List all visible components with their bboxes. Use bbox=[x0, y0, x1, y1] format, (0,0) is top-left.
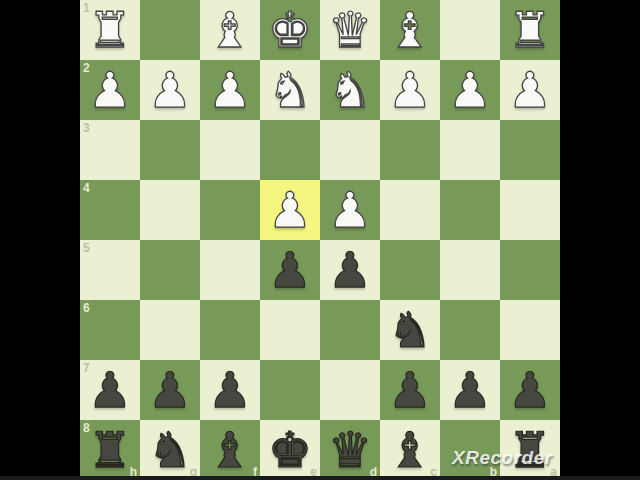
square-e5[interactable]: ♟ bbox=[260, 240, 320, 300]
square-d4[interactable]: ♟ bbox=[320, 180, 380, 240]
square-d2[interactable]: ♞ bbox=[320, 60, 380, 120]
square-h4[interactable]: 4 bbox=[80, 180, 140, 240]
piece-white-pawn-g2[interactable]: ♟ bbox=[140, 60, 200, 120]
square-c5[interactable] bbox=[380, 240, 440, 300]
square-c6[interactable]: ♞ bbox=[380, 300, 440, 360]
chess-board[interactable]: 1♜♝♚♛♝♜2♟♟♟♞♞♟♟♟34♟♟5♟♟6♞7♟♟♟♟♟♟8h♜g♞f♝e… bbox=[80, 0, 560, 480]
square-f5[interactable] bbox=[200, 240, 260, 300]
piece-white-bishop-f1[interactable]: ♝ bbox=[200, 0, 260, 60]
square-b2[interactable]: ♟ bbox=[440, 60, 500, 120]
piece-black-rook-h8[interactable]: ♜ bbox=[80, 420, 140, 480]
square-d5[interactable]: ♟ bbox=[320, 240, 380, 300]
piece-black-queen-d8[interactable]: ♛ bbox=[320, 420, 380, 480]
piece-white-pawn-c2[interactable]: ♟ bbox=[380, 60, 440, 120]
piece-black-pawn-e5[interactable]: ♟ bbox=[260, 240, 320, 300]
square-h2[interactable]: 2♟ bbox=[80, 60, 140, 120]
square-g3[interactable] bbox=[140, 120, 200, 180]
square-h8[interactable]: 8h♜ bbox=[80, 420, 140, 480]
square-c8[interactable]: c♝ bbox=[380, 420, 440, 480]
square-a7[interactable]: ♟ bbox=[500, 360, 560, 420]
square-d6[interactable] bbox=[320, 300, 380, 360]
piece-white-pawn-h2[interactable]: ♟ bbox=[80, 60, 140, 120]
square-g5[interactable] bbox=[140, 240, 200, 300]
square-g1[interactable] bbox=[140, 0, 200, 60]
piece-black-knight-c6[interactable]: ♞ bbox=[380, 300, 440, 360]
square-c3[interactable] bbox=[380, 120, 440, 180]
square-d8[interactable]: d♛ bbox=[320, 420, 380, 480]
square-g4[interactable] bbox=[140, 180, 200, 240]
piece-black-bishop-f8[interactable]: ♝ bbox=[200, 420, 260, 480]
piece-black-pawn-h7[interactable]: ♟ bbox=[80, 360, 140, 420]
piece-white-rook-h1[interactable]: ♜ bbox=[80, 0, 140, 60]
rank-label-3: 3 bbox=[83, 122, 90, 134]
square-e1[interactable]: ♚ bbox=[260, 0, 320, 60]
square-f3[interactable] bbox=[200, 120, 260, 180]
square-a6[interactable] bbox=[500, 300, 560, 360]
square-e3[interactable] bbox=[260, 120, 320, 180]
square-c4[interactable] bbox=[380, 180, 440, 240]
piece-black-pawn-c7[interactable]: ♟ bbox=[380, 360, 440, 420]
square-b5[interactable] bbox=[440, 240, 500, 300]
square-a4[interactable] bbox=[500, 180, 560, 240]
piece-black-pawn-f7[interactable]: ♟ bbox=[200, 360, 260, 420]
video-frame: 1♜♝♚♛♝♜2♟♟♟♞♞♟♟♟34♟♟5♟♟6♞7♟♟♟♟♟♟8h♜g♞f♝e… bbox=[0, 0, 640, 480]
piece-white-pawn-a2[interactable]: ♟ bbox=[500, 60, 560, 120]
piece-white-knight-e2[interactable]: ♞ bbox=[260, 60, 320, 120]
video-bottom-edge bbox=[0, 476, 640, 480]
square-h5[interactable]: 5 bbox=[80, 240, 140, 300]
piece-white-rook-a1[interactable]: ♜ bbox=[500, 0, 560, 60]
square-c1[interactable]: ♝ bbox=[380, 0, 440, 60]
square-f8[interactable]: f♝ bbox=[200, 420, 260, 480]
square-h1[interactable]: 1♜ bbox=[80, 0, 140, 60]
square-g7[interactable]: ♟ bbox=[140, 360, 200, 420]
piece-black-pawn-b7[interactable]: ♟ bbox=[440, 360, 500, 420]
square-c7[interactable]: ♟ bbox=[380, 360, 440, 420]
piece-black-pawn-d5[interactable]: ♟ bbox=[320, 240, 380, 300]
square-b1[interactable] bbox=[440, 0, 500, 60]
square-f6[interactable] bbox=[200, 300, 260, 360]
square-a2[interactable]: ♟ bbox=[500, 60, 560, 120]
square-d3[interactable] bbox=[320, 120, 380, 180]
piece-white-pawn-e4[interactable]: ♟ bbox=[260, 180, 320, 240]
piece-white-bishop-c1[interactable]: ♝ bbox=[380, 0, 440, 60]
square-e8[interactable]: e♚ bbox=[260, 420, 320, 480]
square-b7[interactable]: ♟ bbox=[440, 360, 500, 420]
square-d7[interactable] bbox=[320, 360, 380, 420]
square-b3[interactable] bbox=[440, 120, 500, 180]
square-b6[interactable] bbox=[440, 300, 500, 360]
square-h6[interactable]: 6 bbox=[80, 300, 140, 360]
square-e2[interactable]: ♞ bbox=[260, 60, 320, 120]
square-e4[interactable]: ♟ bbox=[260, 180, 320, 240]
square-a3[interactable] bbox=[500, 120, 560, 180]
piece-white-pawn-f2[interactable]: ♟ bbox=[200, 60, 260, 120]
piece-black-knight-g8[interactable]: ♞ bbox=[140, 420, 200, 480]
xrecorder-watermark: XRecorder bbox=[452, 447, 552, 469]
square-h3[interactable]: 3 bbox=[80, 120, 140, 180]
piece-white-pawn-d4[interactable]: ♟ bbox=[320, 180, 380, 240]
square-f7[interactable]: ♟ bbox=[200, 360, 260, 420]
square-b4[interactable] bbox=[440, 180, 500, 240]
square-a1[interactable]: ♜ bbox=[500, 0, 560, 60]
piece-black-bishop-c8[interactable]: ♝ bbox=[380, 420, 440, 480]
square-f4[interactable] bbox=[200, 180, 260, 240]
square-a5[interactable] bbox=[500, 240, 560, 300]
square-d1[interactable]: ♛ bbox=[320, 0, 380, 60]
square-f2[interactable]: ♟ bbox=[200, 60, 260, 120]
square-e7[interactable] bbox=[260, 360, 320, 420]
square-e6[interactable] bbox=[260, 300, 320, 360]
piece-black-king-e8[interactable]: ♚ bbox=[260, 420, 320, 480]
piece-white-king-e1[interactable]: ♚ bbox=[260, 0, 320, 60]
rank-label-5: 5 bbox=[83, 242, 90, 254]
piece-white-pawn-b2[interactable]: ♟ bbox=[440, 60, 500, 120]
piece-black-pawn-g7[interactable]: ♟ bbox=[140, 360, 200, 420]
square-c2[interactable]: ♟ bbox=[380, 60, 440, 120]
rank-label-4: 4 bbox=[83, 182, 90, 194]
rank-label-6: 6 bbox=[83, 302, 90, 314]
piece-white-queen-d1[interactable]: ♛ bbox=[320, 0, 380, 60]
square-g8[interactable]: g♞ bbox=[140, 420, 200, 480]
square-f1[interactable]: ♝ bbox=[200, 0, 260, 60]
piece-white-knight-d2[interactable]: ♞ bbox=[320, 60, 380, 120]
square-g2[interactable]: ♟ bbox=[140, 60, 200, 120]
piece-black-pawn-a7[interactable]: ♟ bbox=[500, 360, 560, 420]
square-g6[interactable] bbox=[140, 300, 200, 360]
square-h7[interactable]: 7♟ bbox=[80, 360, 140, 420]
